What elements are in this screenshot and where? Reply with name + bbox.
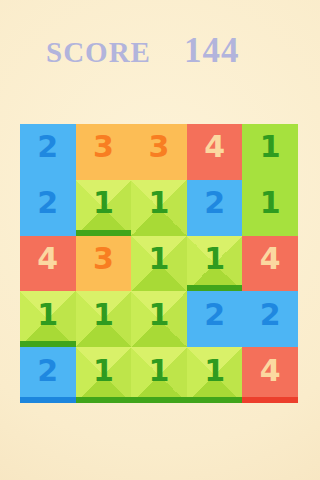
tile-r1c4[interactable]: 4 [187,124,243,180]
score-value: 144 [184,33,240,68]
tile-r4c4[interactable]: 2 [187,291,243,347]
tile-r1c3[interactable]: 3 [131,124,187,180]
tile-r4c3[interactable]: 1 [131,291,187,347]
tile-r3c3[interactable]: 1 [131,236,187,292]
game-board: 2 3 3 4 1 2 1 1 2 1 4 3 1 1 4 1 1 1 2 2 … [20,124,298,403]
tile-r5c3[interactable]: 1 [131,347,187,403]
tile-r3c4[interactable]: 1 [187,236,243,292]
tile-r2c1[interactable]: 2 [20,180,76,236]
tile-r1c5[interactable]: 1 [242,124,298,180]
tile-r2c5[interactable]: 1 [242,180,298,236]
tile-r2c4[interactable]: 2 [187,180,243,236]
app-screen: { "game": "just-get-10-style number merg… [0,0,320,480]
tile-r3c5[interactable]: 4 [242,236,298,292]
tile-r5c2[interactable]: 1 [76,347,132,403]
score-label: SCORE [46,38,151,67]
tile-r4c1[interactable]: 1 [20,291,76,347]
tile-r1c2[interactable]: 3 [76,124,132,180]
tile-r2c2[interactable]: 1 [76,180,132,236]
tile-r3c1[interactable]: 4 [20,236,76,292]
tile-r4c5[interactable]: 2 [242,291,298,347]
tile-r3c2[interactable]: 3 [76,236,132,292]
tile-r4c2[interactable]: 1 [76,291,132,347]
tile-r5c1[interactable]: 2 [20,347,76,403]
tile-r5c5[interactable]: 4 [242,347,298,403]
tile-r5c4[interactable]: 1 [187,347,243,403]
tile-r1c1[interactable]: 2 [20,124,76,180]
tile-r2c3[interactable]: 1 [131,180,187,236]
